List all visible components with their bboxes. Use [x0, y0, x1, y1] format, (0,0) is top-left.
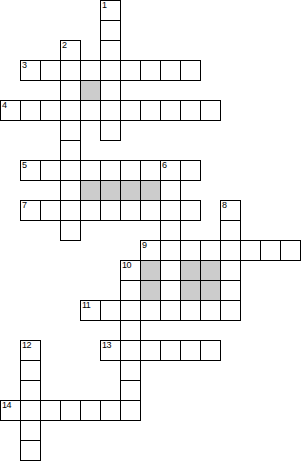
- cell-r10c5[interactable]: [100, 200, 121, 221]
- cell-r15c7[interactable]: [140, 300, 161, 321]
- cell-r15c4[interactable]: 11: [80, 300, 101, 321]
- cell-r2c5[interactable]: [100, 40, 121, 61]
- shaded-cell-r9c4[interactable]: [80, 180, 101, 201]
- cell-r1c5[interactable]: [100, 20, 121, 41]
- cell-r15c10[interactable]: [200, 300, 221, 321]
- clue-number-6: 6: [162, 161, 167, 170]
- cell-r10c6[interactable]: [120, 200, 141, 221]
- cell-r3c9[interactable]: [180, 60, 201, 81]
- cell-r14c6[interactable]: [120, 280, 141, 301]
- cell-r5c6[interactable]: [120, 100, 141, 121]
- cell-r12c8[interactable]: [160, 240, 181, 261]
- cell-r15c9[interactable]: [180, 300, 201, 321]
- cell-r13c8[interactable]: [160, 260, 181, 281]
- shaded-cell-r13c7[interactable]: [140, 260, 161, 281]
- cell-r10c3[interactable]: [60, 200, 81, 221]
- shaded-cell-r14c7[interactable]: [140, 280, 161, 301]
- cell-r17c10[interactable]: [200, 340, 221, 361]
- cell-r8c9[interactable]: [180, 160, 201, 181]
- cell-r14c11[interactable]: [220, 280, 241, 301]
- clue-number-13: 13: [102, 341, 111, 350]
- cell-r8c7[interactable]: [140, 160, 161, 181]
- clue-number-11: 11: [82, 301, 90, 310]
- cell-r7c3[interactable]: [60, 140, 81, 161]
- crossword-board: 1234567891011121314: [0, 0, 301, 461]
- cell-r10c7[interactable]: [140, 200, 161, 221]
- cell-r3c7[interactable]: [140, 60, 161, 81]
- cell-r14c8[interactable]: [160, 280, 181, 301]
- cell-r6c5[interactable]: [100, 120, 121, 141]
- cell-r15c8[interactable]: [160, 300, 181, 321]
- cell-r16c6[interactable]: [120, 320, 141, 341]
- cell-r10c9[interactable]: [180, 200, 201, 221]
- cell-r5c10[interactable]: [200, 100, 221, 121]
- cell-r5c7[interactable]: [140, 100, 161, 121]
- clue-number-1: 1: [102, 1, 107, 10]
- cell-r3c3[interactable]: [60, 60, 81, 81]
- shaded-cell-r9c5[interactable]: [100, 180, 121, 201]
- cell-r18c1[interactable]: [20, 360, 41, 381]
- cell-r20c4[interactable]: [80, 400, 101, 421]
- cell-r10c2[interactable]: [40, 200, 61, 221]
- cell-r20c1[interactable]: [20, 400, 41, 421]
- cell-r10c1[interactable]: 7: [20, 200, 41, 221]
- cell-r13c11[interactable]: [220, 260, 241, 281]
- clue-number-7: 7: [22, 201, 27, 210]
- cell-r11c8[interactable]: [160, 220, 181, 241]
- cell-r18c6[interactable]: [120, 360, 141, 381]
- cell-r5c8[interactable]: [160, 100, 181, 121]
- clue-number-10: 10: [122, 261, 131, 270]
- shaded-cell-r4c4[interactable]: [80, 80, 101, 101]
- cell-r10c8[interactable]: [160, 200, 181, 221]
- cell-r2c3[interactable]: 2: [60, 40, 81, 61]
- cell-r12c7[interactable]: 9: [140, 240, 161, 261]
- cell-r17c7[interactable]: [140, 340, 161, 361]
- cell-r5c2[interactable]: [40, 100, 61, 121]
- cell-r12c11[interactable]: [220, 240, 241, 261]
- cell-r13c6[interactable]: 10: [120, 260, 141, 281]
- cell-r3c2[interactable]: [40, 60, 61, 81]
- cell-r20c0[interactable]: 14: [0, 400, 21, 421]
- clue-number-8: 8: [222, 201, 227, 210]
- shaded-cell-r9c7[interactable]: [140, 180, 161, 201]
- cell-r8c1[interactable]: 5: [20, 160, 41, 181]
- cell-r5c0[interactable]: 4: [0, 100, 21, 121]
- clue-number-3: 3: [22, 61, 27, 70]
- cell-r17c5[interactable]: 13: [100, 340, 121, 361]
- cell-r12c10[interactable]: [200, 240, 221, 261]
- shaded-cell-r14c9[interactable]: [180, 280, 201, 301]
- cell-r10c11[interactable]: 8: [220, 200, 241, 221]
- shaded-cell-r13c10[interactable]: [200, 260, 221, 281]
- cell-r3c6[interactable]: [120, 60, 141, 81]
- cell-r9c3[interactable]: [60, 180, 81, 201]
- clue-number-14: 14: [2, 401, 11, 410]
- clue-number-5: 5: [22, 161, 27, 170]
- cell-r0c5[interactable]: 1: [100, 0, 121, 21]
- cell-r11c11[interactable]: [220, 220, 241, 241]
- cell-r20c5[interactable]: [100, 400, 121, 421]
- cell-r9c8[interactable]: [160, 180, 181, 201]
- cell-r5c3[interactable]: [60, 100, 81, 121]
- cell-r8c8[interactable]: 6: [160, 160, 181, 181]
- cell-r8c5[interactable]: [100, 160, 121, 181]
- cell-r17c8[interactable]: [160, 340, 181, 361]
- cell-r3c4[interactable]: [80, 60, 101, 81]
- shaded-cell-r9c6[interactable]: [120, 180, 141, 201]
- cell-r12c12[interactable]: [240, 240, 261, 261]
- cell-r12c14[interactable]: [280, 240, 301, 261]
- cell-r12c13[interactable]: [260, 240, 281, 261]
- cell-r4c3[interactable]: [60, 80, 81, 101]
- shaded-cell-r14c10[interactable]: [200, 280, 221, 301]
- cell-r12c9[interactable]: [180, 240, 201, 261]
- cell-r3c5[interactable]: [100, 60, 121, 81]
- cell-r3c8[interactable]: [160, 60, 181, 81]
- clue-number-2: 2: [62, 41, 67, 50]
- cell-r19c6[interactable]: [120, 380, 141, 401]
- clue-number-9: 9: [142, 241, 147, 250]
- cell-r20c3[interactable]: [60, 400, 81, 421]
- cell-r10c4[interactable]: [80, 200, 101, 221]
- cell-r21c1[interactable]: [20, 420, 41, 441]
- cell-r15c11[interactable]: [220, 300, 241, 321]
- cell-r5c5[interactable]: [100, 100, 121, 121]
- cell-r17c9[interactable]: [180, 340, 201, 361]
- cell-r15c5[interactable]: [100, 300, 121, 321]
- cell-r15c6[interactable]: [120, 300, 141, 321]
- cell-r17c6[interactable]: [120, 340, 141, 361]
- cell-r5c4[interactable]: [80, 100, 101, 121]
- cell-r5c9[interactable]: [180, 100, 201, 121]
- cell-r19c1[interactable]: [20, 380, 41, 401]
- cell-r8c3[interactable]: [60, 160, 81, 181]
- cell-r3c1[interactable]: 3: [20, 60, 41, 81]
- cell-r5c1[interactable]: [20, 100, 41, 121]
- cell-r22c1[interactable]: [20, 440, 41, 461]
- cell-r17c1[interactable]: 12: [20, 340, 41, 361]
- cell-r20c6[interactable]: [120, 400, 141, 421]
- cell-r8c4[interactable]: [80, 160, 101, 181]
- cell-r4c5[interactable]: [100, 80, 121, 101]
- cell-r8c6[interactable]: [120, 160, 141, 181]
- shaded-cell-r13c9[interactable]: [180, 260, 201, 281]
- cell-r6c3[interactable]: [60, 120, 81, 141]
- cell-r20c2[interactable]: [40, 400, 61, 421]
- cell-r8c2[interactable]: [40, 160, 61, 181]
- clue-number-12: 12: [22, 341, 31, 350]
- clue-number-4: 4: [2, 101, 7, 110]
- cell-r11c3[interactable]: [60, 220, 81, 241]
